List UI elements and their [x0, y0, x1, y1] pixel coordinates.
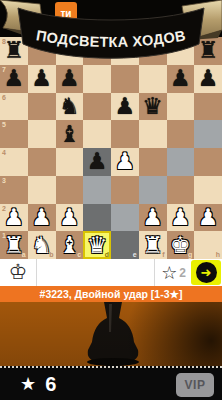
chess-board[interactable]: 8♜♜7♟♟♟♟♟6♞♟♛5♝4♟♟32♟♟♟♟♟♟1a♜b♞c♝d♛ef♜g♚… — [0, 37, 222, 259]
piece-bn-c6: ♞ — [59, 95, 80, 118]
turn-indicator: ♔ — [0, 259, 37, 286]
piece-wp-c2: ♟ — [59, 206, 80, 229]
square-h1[interactable]: h — [194, 231, 222, 259]
piece-wp-e4: ♟ — [115, 150, 136, 173]
square-c1[interactable]: c♝ — [56, 231, 84, 259]
square-e1[interactable]: e — [111, 231, 139, 259]
square-d6[interactable] — [83, 93, 111, 121]
square-d2[interactable] — [83, 204, 111, 232]
rank-label-4: 4 — [2, 149, 6, 156]
file-label-h: h — [216, 251, 220, 258]
app-screen: ти 8♜♜7♟♟♟♟♟6♞♟♛5♝4♟♟32♟♟♟♟♟♟1a♜b♞c♝d♛ef… — [0, 0, 222, 400]
piece-wp-a2: ♟ — [4, 206, 25, 229]
square-h4[interactable] — [194, 148, 222, 176]
square-h5[interactable] — [194, 120, 222, 148]
square-c7[interactable]: ♟ — [56, 65, 84, 93]
square-f6[interactable]: ♛ — [139, 93, 167, 121]
square-a5[interactable]: 5 — [0, 120, 28, 148]
piece-bp-e6: ♟ — [115, 95, 136, 118]
rank-label-1: 1 — [2, 232, 6, 239]
square-e8[interactable] — [111, 37, 139, 65]
piece-bp-h7: ♟ — [198, 67, 219, 90]
file-label-a: a — [22, 251, 26, 258]
square-c8[interactable] — [56, 37, 84, 65]
next-button-circle: ➜ — [196, 262, 217, 283]
square-b3[interactable] — [28, 176, 56, 204]
square-e5[interactable] — [111, 120, 139, 148]
piece-wp-h2: ♟ — [198, 206, 219, 229]
piece-br-a8: ♜ — [4, 39, 25, 62]
star-icon: ★ — [20, 375, 36, 393]
square-b7[interactable]: ♟ — [28, 65, 56, 93]
piece-bp-c7: ♟ — [59, 67, 80, 90]
square-h7[interactable]: ♟ — [194, 65, 222, 93]
square-d7[interactable] — [83, 65, 111, 93]
piece-wp-f2: ♟ — [142, 206, 163, 229]
square-f3[interactable] — [139, 176, 167, 204]
puzzle-bar: #3223, Двойной удар [1-3★] — [0, 286, 222, 302]
square-b4[interactable] — [28, 148, 56, 176]
square-g7[interactable]: ♟ — [167, 65, 195, 93]
square-c2[interactable]: ♟ — [56, 204, 84, 232]
file-label-c: c — [77, 251, 81, 258]
square-g6[interactable] — [167, 93, 195, 121]
white-king-icon: ♔ — [9, 262, 28, 283]
piece-bp-d4: ♟ — [87, 150, 108, 173]
next-button[interactable]: ➜ — [191, 260, 221, 285]
square-d5[interactable] — [83, 120, 111, 148]
arrow-right-icon: ➜ — [201, 266, 212, 279]
square-f5[interactable] — [139, 120, 167, 148]
square-e7[interactable] — [111, 65, 139, 93]
square-c6[interactable]: ♞ — [56, 93, 84, 121]
square-a1[interactable]: 1a♜ — [0, 231, 28, 259]
square-h3[interactable] — [194, 176, 222, 204]
square-b5[interactable] — [28, 120, 56, 148]
square-b8[interactable] — [28, 37, 56, 65]
square-e2[interactable] — [111, 204, 139, 232]
rank-label-3: 3 — [2, 177, 6, 184]
file-label-e: e — [133, 251, 137, 258]
rank-label-6: 6 — [2, 94, 6, 101]
vip-button[interactable]: VIP — [176, 373, 214, 397]
promo-photo — [0, 302, 222, 366]
bottom-bar: ★ 6 VIP — [0, 366, 222, 400]
square-b2[interactable]: ♟ — [28, 204, 56, 232]
square-a6[interactable]: 6 — [0, 93, 28, 121]
puzzle-title: #3223, Двойной удар [1-3★] — [40, 288, 183, 300]
rating-count: 2 — [179, 266, 186, 280]
square-f7[interactable] — [139, 65, 167, 93]
square-g3[interactable] — [167, 176, 195, 204]
file-label-d: d — [105, 251, 109, 258]
move-bar: ♔ ☆ 2 ➜ — [0, 259, 222, 286]
piece-wp-g2: ♟ — [170, 206, 191, 229]
square-d1[interactable]: d♛ — [83, 231, 111, 259]
file-label-b: b — [49, 251, 53, 258]
square-a7[interactable]: 7♟ — [0, 65, 28, 93]
square-d3[interactable] — [83, 176, 111, 204]
piece-bp-b7: ♟ — [31, 67, 52, 90]
square-a2[interactable]: 2♟ — [0, 204, 28, 232]
square-c5[interactable]: ♝ — [56, 120, 84, 148]
square-f1[interactable]: f♜ — [139, 231, 167, 259]
square-e6[interactable]: ♟ — [111, 93, 139, 121]
pawn-silhouette — [78, 302, 148, 366]
rating-star-icon: ☆ — [161, 264, 177, 282]
square-e3[interactable] — [111, 176, 139, 204]
square-a4[interactable]: 4 — [0, 148, 28, 176]
piece-bb-c5: ♝ — [59, 123, 80, 146]
top-bar — [0, 0, 222, 37]
rank-label-8: 8 — [2, 38, 6, 45]
square-c4[interactable] — [56, 148, 84, 176]
square-c3[interactable] — [56, 176, 84, 204]
square-f4[interactable] — [139, 148, 167, 176]
piece-bq-f6: ♛ — [142, 95, 163, 118]
square-g2[interactable]: ♟ — [167, 204, 195, 232]
square-h2[interactable]: ♟ — [194, 204, 222, 232]
notification-icon-text: ти — [60, 8, 71, 19]
square-a3[interactable]: 3 — [0, 176, 28, 204]
square-d4[interactable]: ♟ — [83, 148, 111, 176]
rank-label-2: 2 — [2, 205, 6, 212]
rank-label-5: 5 — [2, 121, 6, 128]
square-h6[interactable] — [194, 93, 222, 121]
square-e4[interactable]: ♟ — [111, 148, 139, 176]
square-g5[interactable] — [167, 120, 195, 148]
square-g4[interactable] — [167, 148, 195, 176]
piece-wr-f1: ♜ — [142, 234, 163, 257]
notification-icon[interactable]: ти — [55, 2, 77, 24]
piece-wp-b2: ♟ — [31, 206, 52, 229]
vip-button-label: VIP — [185, 378, 206, 392]
puzzle-rating: ☆ 2 — [154, 259, 190, 286]
square-f2[interactable]: ♟ — [139, 204, 167, 232]
piece-br-h8: ♜ — [198, 39, 219, 62]
square-b6[interactable] — [28, 93, 56, 121]
square-f8[interactable] — [139, 37, 167, 65]
piece-bp-g7: ♟ — [170, 67, 191, 90]
star-count: 6 — [45, 373, 56, 396]
square-a8[interactable]: 8♜ — [0, 37, 28, 65]
square-b1[interactable]: b♞ — [28, 231, 56, 259]
file-label-g: g — [188, 251, 192, 258]
square-g1[interactable]: g♚ — [167, 231, 195, 259]
square-h8[interactable]: ♜ — [194, 37, 222, 65]
square-g8[interactable] — [167, 37, 195, 65]
rank-label-7: 7 — [2, 66, 6, 73]
square-d8[interactable] — [83, 37, 111, 65]
file-label-f: f — [162, 251, 164, 258]
piece-bp-a7: ♟ — [4, 67, 25, 90]
